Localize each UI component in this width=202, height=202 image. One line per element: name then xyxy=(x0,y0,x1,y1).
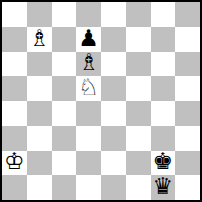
square-d5[interactable]: ♘ xyxy=(76,76,101,101)
white-knight-icon: ♘ xyxy=(78,76,99,99)
square-d1[interactable] xyxy=(76,175,101,200)
square-c5[interactable] xyxy=(52,76,77,101)
square-d3[interactable] xyxy=(76,126,101,151)
square-e2[interactable] xyxy=(101,151,126,176)
square-a8[interactable] xyxy=(2,2,27,27)
square-d8[interactable] xyxy=(76,2,101,27)
square-g8[interactable] xyxy=(151,2,176,27)
square-f1[interactable] xyxy=(126,175,151,200)
square-e6[interactable] xyxy=(101,52,126,77)
square-a3[interactable] xyxy=(2,126,27,151)
square-e1[interactable] xyxy=(101,175,126,200)
square-f4[interactable] xyxy=(126,101,151,126)
square-f3[interactable] xyxy=(126,126,151,151)
square-a1[interactable] xyxy=(2,175,27,200)
square-c6[interactable] xyxy=(52,52,77,77)
white-bishop-icon: ♗ xyxy=(29,27,50,50)
square-d4[interactable] xyxy=(76,101,101,126)
square-h5[interactable] xyxy=(175,76,200,101)
square-g7[interactable] xyxy=(151,27,176,52)
square-h4[interactable] xyxy=(175,101,200,126)
square-d7[interactable]: ♟ xyxy=(76,27,101,52)
square-a4[interactable] xyxy=(2,101,27,126)
square-a6[interactable] xyxy=(2,52,27,77)
square-c2[interactable] xyxy=(52,151,77,176)
square-e8[interactable] xyxy=(101,2,126,27)
square-b2[interactable] xyxy=(27,151,52,176)
square-e5[interactable] xyxy=(101,76,126,101)
white-king-icon: ♔ xyxy=(4,151,25,174)
square-b1[interactable] xyxy=(27,175,52,200)
square-g2[interactable]: ♚ xyxy=(151,151,176,176)
square-g5[interactable] xyxy=(151,76,176,101)
square-h6[interactable] xyxy=(175,52,200,77)
square-e7[interactable] xyxy=(101,27,126,52)
black-king-icon: ♚ xyxy=(153,151,174,174)
square-b3[interactable] xyxy=(27,126,52,151)
square-h1[interactable] xyxy=(175,175,200,200)
square-f5[interactable] xyxy=(126,76,151,101)
square-g6[interactable] xyxy=(151,52,176,77)
black-queen-icon: ♛ xyxy=(153,175,174,198)
chess-board: ♗♟♗♘♔♚♛ xyxy=(0,0,202,202)
square-c8[interactable] xyxy=(52,2,77,27)
white-bishop-icon: ♗ xyxy=(78,52,99,75)
square-e4[interactable] xyxy=(101,101,126,126)
square-h2[interactable] xyxy=(175,151,200,176)
square-g1[interactable]: ♛ xyxy=(151,175,176,200)
black-pawn-icon: ♟ xyxy=(78,27,99,50)
square-a5[interactable] xyxy=(2,76,27,101)
square-a2[interactable]: ♔ xyxy=(2,151,27,176)
square-e3[interactable] xyxy=(101,126,126,151)
square-f6[interactable] xyxy=(126,52,151,77)
square-c7[interactable] xyxy=(52,27,77,52)
square-h7[interactable] xyxy=(175,27,200,52)
square-d2[interactable] xyxy=(76,151,101,176)
square-b8[interactable] xyxy=(27,2,52,27)
square-c1[interactable] xyxy=(52,175,77,200)
square-b4[interactable] xyxy=(27,101,52,126)
square-f2[interactable] xyxy=(126,151,151,176)
square-h3[interactable] xyxy=(175,126,200,151)
square-h8[interactable] xyxy=(175,2,200,27)
square-c4[interactable] xyxy=(52,101,77,126)
square-b6[interactable] xyxy=(27,52,52,77)
square-f7[interactable] xyxy=(126,27,151,52)
square-f8[interactable] xyxy=(126,2,151,27)
square-b5[interactable] xyxy=(27,76,52,101)
square-b7[interactable]: ♗ xyxy=(27,27,52,52)
square-g3[interactable] xyxy=(151,126,176,151)
square-c3[interactable] xyxy=(52,126,77,151)
square-g4[interactable] xyxy=(151,101,176,126)
square-a7[interactable] xyxy=(2,27,27,52)
square-d6[interactable]: ♗ xyxy=(76,52,101,77)
